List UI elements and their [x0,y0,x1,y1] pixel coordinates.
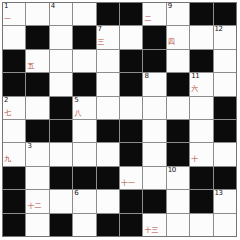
black-cell-r1c3 [73,26,95,48]
cell-r6c1[interactable]: 3 [26,143,48,165]
black-cell-r6c7 [167,143,189,165]
black-cell-r3c0 [3,73,25,95]
across-clue-numeral: 二 [144,15,151,23]
black-cell-r7c3 [73,167,95,189]
across-clue-numeral: 七 [4,109,11,117]
down-clue-number: 3 [27,142,31,151]
black-cell-r2c8 [190,50,212,72]
cell-r1c7[interactable]: 四 [167,26,189,48]
across-clue-numeral: 十 [191,155,198,163]
down-clue-number: 5 [74,96,78,105]
cell-r9c8[interactable] [190,214,212,236]
down-clue-number: 12 [215,25,223,34]
black-cell-r7c8 [190,167,212,189]
cell-r1c4[interactable]: 7三 [97,26,119,48]
black-cell-r3c7 [167,73,189,95]
cell-r2c2[interactable] [50,50,72,72]
cell-r0c1[interactable] [26,3,48,25]
black-cell-r8c8 [190,190,212,212]
black-cell-r9c4 [97,214,119,236]
cell-r1c2[interactable] [50,26,72,48]
cell-r0c0[interactable]: 1一 [3,3,25,25]
cell-r6c2[interactable] [50,143,72,165]
black-cell-r5c5 [120,120,142,142]
black-cell-r8c5 [120,190,142,212]
cell-r2c9[interactable] [214,50,236,72]
black-cell-r5c9 [214,120,236,142]
black-cell-r0c4 [97,3,119,25]
cell-r8c4[interactable] [97,190,119,212]
cell-r2c7[interactable] [167,50,189,72]
cell-r6c4[interactable] [97,143,119,165]
cell-r2c1[interactable]: 五 [26,50,48,72]
black-cell-r3c5 [120,73,142,95]
cell-r0c7[interactable]: 9 [167,3,189,25]
cell-r8c9[interactable]: 13 [214,190,236,212]
black-cell-r9c5 [120,214,142,236]
cell-r1c5[interactable] [120,26,142,48]
black-cell-r3c3 [73,73,95,95]
black-cell-r0c5 [120,3,142,25]
across-clue-numeral: 四 [168,38,175,46]
black-cell-r3c1 [26,73,48,95]
cell-r5c6[interactable] [143,120,165,142]
black-cell-r2c5 [120,50,142,72]
down-clue-number: 11 [191,72,199,81]
black-cell-r0c9 [214,3,236,25]
across-clue-numeral: 九 [4,155,11,163]
cell-r9c1[interactable] [26,214,48,236]
cell-r4c6[interactable] [143,97,165,119]
cell-r0c6[interactable]: 二 [143,3,165,25]
across-clue-numeral: 三 [98,38,105,46]
cell-r0c3[interactable] [73,3,95,25]
cell-r4c4[interactable] [97,97,119,119]
cell-r3c4[interactable] [97,73,119,95]
cell-r8c7[interactable] [167,190,189,212]
cell-r7c6[interactable] [143,167,165,189]
black-cell-r1c6 [143,26,165,48]
cell-r5c3[interactable] [73,120,95,142]
across-clue-numeral: 十二 [27,202,41,210]
cell-r5c0[interactable] [3,120,25,142]
cell-r1c0[interactable] [3,26,25,48]
cell-r4c3[interactable]: 5八 [73,97,95,119]
across-clue-numeral: 十一 [121,179,135,187]
cell-r1c9[interactable]: 12 [214,26,236,48]
black-cell-r7c9 [214,167,236,189]
cell-r1c8[interactable] [190,26,212,48]
cell-r3c6[interactable]: 8 [143,73,165,95]
cell-r0c2[interactable]: 4 [50,3,72,25]
cell-r4c8[interactable] [190,97,212,119]
cell-r6c8[interactable]: 十 [190,143,212,165]
cell-r9c3[interactable] [73,214,95,236]
down-clue-number: 10 [168,166,176,175]
cell-r9c6[interactable]: 十三 [143,214,165,236]
down-clue-number: 2 [4,96,8,105]
black-cell-r5c4 [97,120,119,142]
across-clue-numeral: 一 [4,15,11,23]
black-cell-r2c0 [3,50,25,72]
cell-r3c2[interactable] [50,73,72,95]
cell-r3c8[interactable]: 11六 [190,73,212,95]
across-clue-numeral: 六 [191,85,198,93]
cell-r6c6[interactable] [143,143,165,165]
down-clue-number: 13 [215,189,223,198]
black-cell-r8c0 [3,190,25,212]
black-cell-r7c2 [50,167,72,189]
cell-r8c2[interactable] [50,190,72,212]
cell-r5c8[interactable] [190,120,212,142]
cell-r6c9[interactable] [214,143,236,165]
black-cell-r4c9 [214,97,236,119]
black-cell-r0c8 [190,3,212,25]
crossword-board: 1一4二97三四12五811六2七5八九3十十一10十二613十三 [2,2,237,237]
cell-r7c5[interactable]: 十一 [120,167,142,189]
cell-r4c1[interactable] [26,97,48,119]
down-clue-number: 8 [144,72,148,81]
across-clue-numeral: 八 [74,109,81,117]
cell-r6c0[interactable]: 九 [3,143,25,165]
cell-r2c3[interactable] [73,50,95,72]
black-cell-r9c0 [3,214,25,236]
cell-r4c7[interactable] [167,97,189,119]
black-cell-r8c6 [143,190,165,212]
cell-r7c7[interactable]: 10 [167,167,189,189]
cell-r4c0[interactable]: 2七 [3,97,25,119]
black-cell-r5c1 [26,120,48,142]
black-cell-r7c4 [97,167,119,189]
cell-r6c3[interactable] [73,143,95,165]
down-clue-number: 9 [168,2,172,11]
cell-r8c1[interactable]: 十二 [26,190,48,212]
cell-r2c4[interactable] [97,50,119,72]
cell-r4c5[interactable] [120,97,142,119]
cell-r8c3[interactable]: 6 [73,190,95,212]
cell-r9c9[interactable] [214,214,236,236]
down-clue-number: 7 [98,25,102,34]
black-cell-r2c6 [143,50,165,72]
black-cell-r7c0 [3,167,25,189]
across-clue-numeral: 十三 [144,226,158,234]
cell-r7c1[interactable] [26,167,48,189]
down-clue-number: 4 [51,2,55,11]
down-clue-number: 1 [4,2,8,11]
black-cell-r4c2 [50,97,72,119]
black-cell-r9c2 [50,214,72,236]
black-cell-r6c5 [120,143,142,165]
down-clue-number: 6 [74,189,78,198]
cell-r3c9[interactable] [214,73,236,95]
black-cell-r1c1 [26,26,48,48]
black-cell-r5c2 [50,120,72,142]
cell-r9c7[interactable] [167,214,189,236]
across-clue-numeral: 五 [27,62,34,70]
black-cell-r5c7 [167,120,189,142]
